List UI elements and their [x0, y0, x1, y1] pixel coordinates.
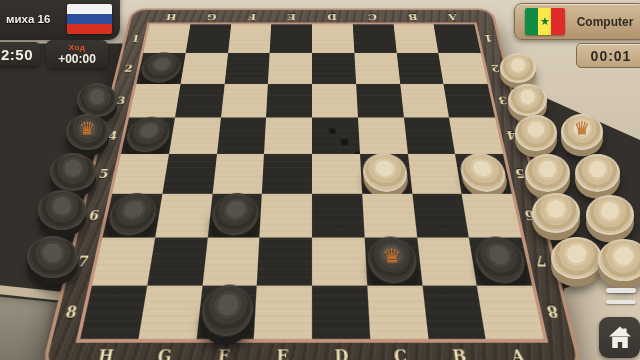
square-c6[interactable] — [362, 194, 417, 238]
square-h2[interactable] — [136, 53, 185, 84]
coord-label: G — [133, 345, 195, 360]
square-e6[interactable] — [260, 194, 312, 238]
square-f3[interactable] — [221, 84, 269, 118]
coord-label: G — [191, 11, 233, 21]
senegal-star-icon: ★ — [540, 16, 550, 27]
square-g3[interactable] — [175, 84, 224, 118]
square-a7[interactable] — [469, 238, 532, 286]
square-e4[interactable] — [264, 118, 312, 154]
square-d6[interactable] — [312, 194, 364, 238]
square-a5[interactable] — [455, 154, 512, 194]
square-a1[interactable] — [434, 24, 481, 53]
light-man-piece[interactable] — [362, 153, 409, 192]
dark-man-piece[interactable] — [210, 193, 260, 236]
board-frame: HGFEDCBA HGFEDCBA 12345678 12345678 ♛ — [45, 10, 579, 360]
coord-label: F — [193, 345, 254, 360]
coord-label: F — [231, 11, 272, 21]
square-f1[interactable] — [228, 24, 272, 53]
dark-man-piece[interactable] — [199, 285, 254, 337]
square-h1[interactable] — [143, 24, 190, 53]
dark-man-piece — [50, 153, 96, 192]
square-b4[interactable] — [403, 118, 455, 154]
square-c8[interactable] — [367, 286, 428, 339]
file-labels-bottom: HGFEDCBA — [74, 345, 550, 360]
square-a8[interactable] — [477, 286, 544, 339]
clock-left: 2:50 — [0, 42, 40, 66]
square-d4[interactable] — [312, 118, 360, 154]
square-f7[interactable] — [202, 238, 260, 286]
coord-label: A — [487, 345, 550, 360]
menu-lines-icon[interactable] — [606, 288, 636, 304]
dark-man-piece[interactable] — [472, 237, 529, 284]
coord-label: B — [429, 345, 491, 360]
dark-man-piece[interactable] — [124, 117, 173, 153]
coord-label: C — [352, 11, 393, 21]
light-man-piece[interactable] — [457, 153, 508, 192]
coord-label: B — [392, 11, 434, 21]
square-d3[interactable] — [312, 84, 358, 118]
square-g7[interactable] — [147, 238, 207, 286]
light-king-piece: ♛ — [561, 114, 603, 149]
clock-right: 00:01 — [576, 43, 640, 68]
file-labels-top: HGFEDCBA — [150, 11, 474, 21]
square-e5[interactable] — [262, 154, 312, 194]
player-name-right: Computer — [575, 15, 635, 29]
square-g1[interactable] — [185, 24, 230, 53]
square-f4[interactable] — [217, 118, 267, 154]
player-panel-left: миха 16 — [0, 0, 120, 40]
coord-label: H — [150, 11, 192, 21]
move-time: +00:00 — [58, 53, 96, 65]
square-e7[interactable] — [257, 238, 312, 286]
dark-man-piece — [77, 83, 117, 117]
square-a2[interactable] — [439, 53, 488, 84]
light-man-piece — [500, 53, 536, 83]
square-b8[interactable] — [422, 286, 486, 339]
move-trail-dot — [341, 139, 349, 146]
move-timer-box: Ход +00:00 — [46, 40, 108, 68]
coord-label: D — [312, 345, 372, 360]
square-h5[interactable] — [112, 154, 169, 194]
square-c3[interactable] — [356, 84, 404, 118]
square-f6[interactable] — [207, 194, 262, 238]
player-panel-right: ★ Computer — [514, 3, 640, 40]
square-d7[interactable] — [312, 238, 367, 286]
square-h4[interactable] — [121, 118, 175, 154]
board-grid: ♛ — [76, 23, 549, 343]
square-h3[interactable] — [129, 84, 180, 118]
russia-flag-icon — [67, 4, 112, 34]
square-g5[interactable] — [162, 154, 216, 194]
home-button[interactable] — [599, 317, 640, 358]
square-f2[interactable] — [224, 53, 270, 84]
square-b3[interactable] — [400, 84, 449, 118]
dark-king-piece: ♛ — [66, 114, 109, 150]
square-h7[interactable] — [92, 238, 155, 286]
king-crown-icon: ♛ — [574, 120, 590, 138]
square-f8[interactable] — [196, 286, 257, 339]
square-f5[interactable] — [212, 154, 264, 194]
home-icon — [608, 326, 632, 349]
dark-man-piece[interactable] — [139, 52, 184, 82]
square-a6[interactable] — [462, 194, 522, 238]
square-e3[interactable] — [266, 84, 312, 118]
light-man-piece — [551, 237, 602, 280]
light-man-piece — [575, 154, 620, 192]
checkers-board-3d: HGFEDCBA HGFEDCBA 12345678 12345678 ♛ — [45, 10, 579, 360]
dark-man-piece — [27, 236, 78, 279]
square-d5[interactable] — [312, 154, 362, 194]
coord-label: C — [370, 345, 431, 360]
dark-man-piece — [38, 190, 86, 230]
square-b5[interactable] — [408, 154, 462, 194]
square-a3[interactable] — [444, 84, 495, 118]
square-b1[interactable] — [393, 24, 438, 53]
square-g8[interactable] — [138, 286, 202, 339]
senegal-flag-icon: ★ — [525, 8, 565, 35]
square-c1[interactable] — [353, 24, 397, 53]
game-screen: HGFEDCBA HGFEDCBA 12345678 12345678 ♛ ♛ … — [0, 0, 640, 360]
square-c5[interactable] — [360, 154, 412, 194]
light-man-piece — [508, 84, 547, 117]
square-e2[interactable] — [268, 53, 312, 84]
square-g4[interactable] — [169, 118, 221, 154]
king-crown-icon: ♛ — [382, 245, 403, 266]
player-name-left: миха 16 — [6, 13, 59, 25]
square-c2[interactable] — [354, 53, 400, 84]
square-d8[interactable] — [312, 286, 370, 339]
coord-label: E — [272, 11, 312, 21]
square-b7[interactable] — [417, 238, 477, 286]
square-e8[interactable] — [254, 286, 312, 339]
square-c4[interactable] — [358, 118, 408, 154]
square-a4[interactable] — [449, 118, 503, 154]
coord-label: D — [312, 11, 352, 21]
light-man-piece — [586, 195, 634, 235]
move-label: Ход — [69, 44, 86, 52]
light-man-piece — [515, 115, 557, 150]
king-crown-icon: ♛ — [79, 120, 95, 138]
square-h6[interactable] — [103, 194, 163, 238]
coord-label: E — [252, 345, 312, 360]
move-trail-dot — [329, 128, 336, 134]
square-g6[interactable] — [155, 194, 212, 238]
dark-man-piece[interactable] — [106, 193, 160, 236]
coord-label: A — [432, 11, 474, 21]
coord-label: H — [74, 345, 137, 360]
square-d1[interactable] — [312, 24, 354, 53]
square-b6[interactable] — [412, 194, 469, 238]
dark-king-piece[interactable]: ♛ — [367, 237, 419, 284]
square-h8[interactable] — [80, 286, 147, 339]
square-g2[interactable] — [180, 53, 227, 84]
square-e1[interactable] — [270, 24, 312, 53]
square-b2[interactable] — [396, 53, 443, 84]
square-c7[interactable]: ♛ — [364, 238, 422, 286]
light-man-piece — [532, 193, 580, 233]
light-man-piece — [525, 154, 570, 192]
square-d2[interactable] — [312, 53, 356, 84]
